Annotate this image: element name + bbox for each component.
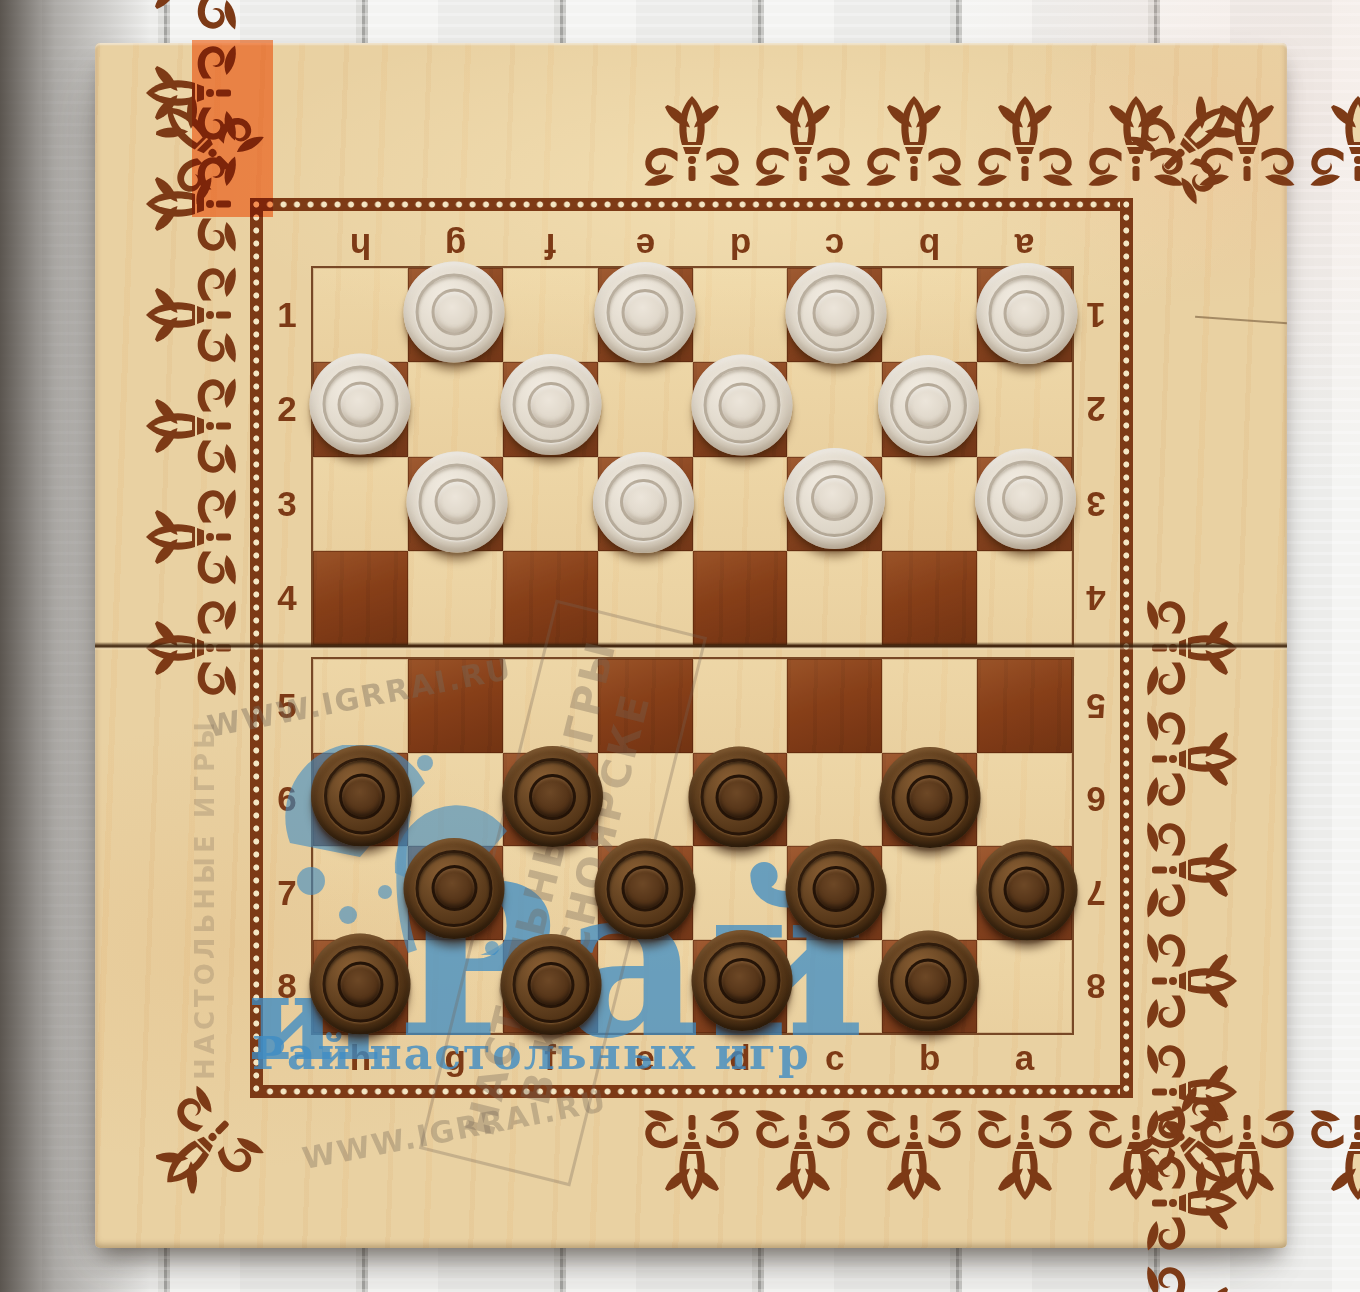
square-b2[interactable]	[882, 362, 977, 456]
black-checker-g7[interactable]	[404, 838, 505, 939]
file-label-b: b	[882, 226, 977, 266]
black-checker-d6[interactable]	[688, 747, 789, 848]
square-g2[interactable]	[408, 362, 503, 456]
rank-label-5: 5	[1076, 685, 1116, 727]
rank-label-8: 8	[1076, 965, 1116, 1007]
square-g3[interactable]	[408, 457, 503, 551]
board-top-panel	[313, 268, 1072, 645]
square-a2[interactable]	[977, 362, 1072, 456]
square-h2[interactable]	[313, 362, 408, 456]
square-e7[interactable]	[598, 846, 693, 940]
file-label-h: h	[313, 226, 408, 266]
black-checker-f6[interactable]	[502, 746, 603, 847]
square-b4[interactable]	[882, 551, 977, 645]
square-a5[interactable]	[977, 659, 1072, 753]
square-h4[interactable]	[313, 551, 408, 645]
white-checker-h2[interactable]	[310, 354, 411, 455]
rank-label-1: 1	[1076, 294, 1116, 336]
square-a7[interactable]	[977, 846, 1072, 940]
square-h8[interactable]	[313, 940, 408, 1034]
square-a3[interactable]	[977, 457, 1072, 551]
white-checker-e3[interactable]	[593, 452, 694, 553]
black-checker-c7[interactable]	[785, 839, 886, 940]
file-labels-top: hgfedcba	[313, 226, 1072, 266]
white-checker-c3[interactable]	[784, 448, 885, 549]
black-checker-b8[interactable]	[878, 931, 979, 1032]
rank-label-3: 3	[1076, 483, 1116, 525]
file-label-a: a	[977, 1038, 1072, 1078]
file-label-a: a	[977, 226, 1072, 266]
square-c4[interactable]	[787, 551, 882, 645]
file-label-c: c	[787, 226, 882, 266]
rank-label-7: 7	[1076, 872, 1116, 914]
square-b1[interactable]	[882, 268, 977, 362]
rank-label-3: 3	[267, 483, 307, 525]
square-d1[interactable]	[693, 268, 788, 362]
square-e1[interactable]	[598, 268, 693, 362]
square-b8[interactable]	[882, 940, 977, 1034]
white-checker-d2[interactable]	[691, 355, 792, 456]
square-e3[interactable]	[598, 457, 693, 551]
white-checker-a3[interactable]	[975, 448, 1076, 549]
square-c2[interactable]	[787, 362, 882, 456]
square-h3[interactable]	[313, 457, 408, 551]
square-b6[interactable]	[882, 753, 977, 847]
vertical-stamp-text: НАСТОЛЬНЫЕ ИГРЫ	[190, 718, 220, 1080]
white-checker-e1[interactable]	[595, 262, 696, 363]
photo-scene: hgfedcba hgfedcba 12345678 12345678 иг Р…	[0, 0, 1360, 1292]
rank-label-2: 2	[1076, 388, 1116, 430]
file-label-g: g	[408, 226, 503, 266]
square-c6[interactable]	[787, 753, 882, 847]
white-checker-g1[interactable]	[404, 262, 505, 363]
square-a6[interactable]	[977, 753, 1072, 847]
file-label-f: f	[503, 226, 598, 266]
square-e2[interactable]	[598, 362, 693, 456]
black-checker-a7[interactable]	[976, 839, 1077, 940]
rank-label-4: 4	[267, 577, 307, 619]
square-h1[interactable]	[313, 268, 408, 362]
white-checker-c1[interactable]	[785, 263, 886, 364]
file-label-b: b	[882, 1038, 977, 1078]
square-f1[interactable]	[503, 268, 598, 362]
square-g4[interactable]	[408, 551, 503, 645]
dotted-frame-top	[250, 198, 1133, 211]
square-d3[interactable]	[693, 457, 788, 551]
file-label-d: d	[693, 226, 788, 266]
square-d5[interactable]	[693, 659, 788, 753]
square-d6[interactable]	[693, 753, 788, 847]
square-a4[interactable]	[977, 551, 1072, 645]
file-label-e: e	[598, 226, 693, 266]
black-checker-f8[interactable]	[501, 934, 602, 1035]
rank-label-2: 2	[267, 388, 307, 430]
white-checker-b2[interactable]	[878, 355, 979, 456]
square-c5[interactable]	[787, 659, 882, 753]
rank-label-4: 4	[1076, 577, 1116, 619]
square-b3[interactable]	[882, 457, 977, 551]
white-checker-a1[interactable]	[976, 263, 1077, 364]
square-c3[interactable]	[787, 457, 882, 551]
square-a1[interactable]	[977, 268, 1072, 362]
square-c7[interactable]	[787, 846, 882, 940]
orange-highlight-watermark	[192, 40, 273, 217]
ornament-border-top	[248, 93, 1136, 193]
white-checker-g3[interactable]	[407, 451, 508, 552]
square-f8[interactable]	[503, 940, 598, 1034]
rank-label-6: 6	[1076, 778, 1116, 820]
square-c1[interactable]	[787, 268, 882, 362]
square-f3[interactable]	[503, 457, 598, 551]
square-f2[interactable]	[503, 362, 598, 456]
black-checker-h6[interactable]	[311, 746, 412, 847]
square-g1[interactable]	[408, 268, 503, 362]
rank-label-1: 1	[267, 294, 307, 336]
square-d4[interactable]	[693, 551, 788, 645]
black-checker-d8[interactable]	[691, 930, 792, 1031]
square-b5[interactable]	[882, 659, 977, 753]
black-checker-b6[interactable]	[879, 747, 980, 848]
square-a8[interactable]	[977, 940, 1072, 1034]
square-d2[interactable]	[693, 362, 788, 456]
white-checker-f2[interactable]	[501, 354, 602, 455]
square-h6[interactable]	[313, 753, 408, 847]
black-checker-h8[interactable]	[310, 934, 411, 1035]
square-b7[interactable]	[882, 846, 977, 940]
black-checker-e7[interactable]	[595, 838, 696, 939]
square-f6[interactable]	[503, 753, 598, 847]
